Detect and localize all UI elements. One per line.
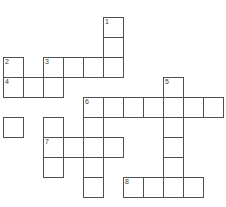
clue-number-4: 4 [5, 78, 9, 86]
crossword-cell[interactable] [63, 57, 84, 78]
clue-number-8: 8 [125, 178, 129, 186]
crossword-cell[interactable] [143, 177, 164, 198]
clue-number-5: 5 [165, 78, 169, 86]
crossword-cell[interactable]: 7 [43, 137, 64, 158]
crossword-cell[interactable] [163, 137, 184, 158]
clue-number-1: 1 [105, 18, 109, 26]
crossword-cell[interactable] [123, 97, 144, 118]
crossword-cell[interactable] [163, 177, 184, 198]
crossword-cell[interactable] [43, 157, 64, 178]
clue-number-2: 2 [5, 58, 9, 66]
crossword-cell[interactable]: 8 [123, 177, 144, 198]
crossword-cell[interactable] [103, 57, 124, 78]
crossword-cell[interactable]: 5 [163, 77, 184, 98]
crossword-cell[interactable] [83, 137, 104, 158]
clue-number-7: 7 [45, 138, 49, 146]
crossword-cell[interactable] [143, 97, 164, 118]
crossword-cell[interactable]: 1 [103, 17, 124, 38]
crossword-cell[interactable]: 3 [43, 57, 64, 78]
crossword-cell[interactable] [83, 57, 104, 78]
crossword-cell[interactable]: 2 [3, 57, 24, 78]
crossword-cell[interactable] [163, 97, 184, 118]
crossword-cell[interactable]: 4 [3, 77, 24, 98]
clue-number-3: 3 [45, 58, 49, 66]
crossword-cell[interactable] [163, 117, 184, 138]
crossword-board: 12345678 [0, 0, 226, 207]
crossword-cell[interactable] [43, 77, 64, 98]
crossword-cell[interactable] [203, 97, 224, 118]
crossword-cell[interactable] [43, 117, 64, 138]
crossword-cell[interactable] [183, 97, 204, 118]
crossword-cell[interactable] [103, 37, 124, 58]
crossword-cell[interactable] [163, 157, 184, 178]
crossword-cell[interactable] [3, 117, 24, 138]
crossword-cell[interactable] [83, 117, 104, 138]
crossword-cell[interactable] [103, 137, 124, 158]
crossword-cell[interactable] [103, 97, 124, 118]
crossword-cell[interactable] [83, 157, 104, 178]
crossword-cell[interactable] [63, 137, 84, 158]
crossword-cell[interactable]: 6 [83, 97, 104, 118]
crossword-cell[interactable] [23, 77, 44, 98]
crossword-cell[interactable] [83, 177, 104, 198]
clue-number-6: 6 [85, 98, 89, 106]
crossword-cell[interactable] [183, 177, 204, 198]
crossword-page: 12345678 [0, 0, 226, 207]
